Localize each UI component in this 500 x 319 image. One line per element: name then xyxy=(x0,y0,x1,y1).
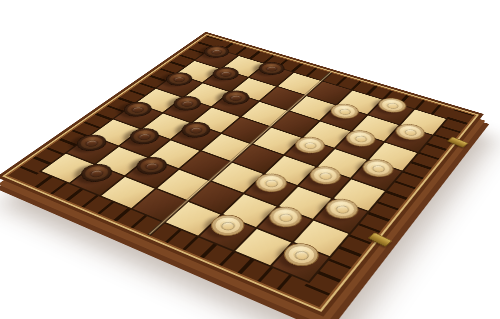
dark-piece[interactable] xyxy=(176,119,216,141)
product-photo-stage xyxy=(0,0,500,319)
light-piece[interactable] xyxy=(357,156,398,181)
checkers-board[interactable] xyxy=(8,36,474,307)
brass-clasp-icon xyxy=(447,137,469,148)
square-r4c6[interactable] xyxy=(285,138,333,166)
brass-clasp-icon xyxy=(368,232,393,247)
dark-piece[interactable] xyxy=(130,154,173,178)
dark-piece[interactable] xyxy=(199,43,234,60)
